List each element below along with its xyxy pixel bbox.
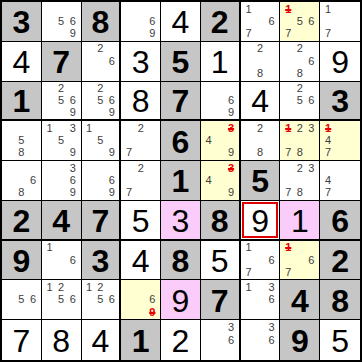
candidate-2: 2 — [254, 43, 266, 55]
candidate-8: 8 — [254, 67, 266, 79]
candidate-9: 9 — [106, 106, 117, 118]
solved-digit: 3 — [132, 46, 150, 78]
pencil-marks: 1359 — [42, 121, 81, 160]
cell-r5c9[interactable]: 47 — [320, 161, 360, 201]
candidate-7: 7 — [322, 147, 334, 159]
candidate-6: 6 — [27, 294, 39, 306]
solved-digit: 1 — [291, 205, 309, 237]
eliminated-candidate-1: 1 — [282, 122, 294, 134]
candidate-2: 2 — [55, 83, 67, 95]
cell-r5c1[interactable]: 68 — [2, 161, 42, 201]
pencil-marks: 2569 — [42, 82, 81, 120]
given-digit: 7 — [52, 46, 70, 78]
candidate-4: 4 — [322, 174, 334, 186]
cell-r4c5[interactable]: 6 — [161, 121, 201, 161]
pencil-marks: 1256 — [82, 280, 120, 319]
candidate-9: 9 — [67, 147, 79, 159]
pencil-marks: 136 — [241, 280, 280, 319]
candidate-6: 6 — [306, 94, 318, 106]
pencil-marks: 69 — [121, 2, 160, 41]
candidate-1: 1 — [44, 281, 56, 293]
candidate-6: 6 — [67, 174, 79, 186]
cell-r6c9[interactable]: 6 — [320, 201, 360, 241]
cell-r3c3[interactable]: 2569 — [82, 82, 122, 122]
given-digit: 1 — [12, 85, 30, 117]
given-digit: 8 — [92, 6, 110, 38]
candidate-9: 9 — [67, 106, 79, 118]
candidate-6: 6 — [67, 294, 79, 306]
given-digit: 6 — [172, 126, 190, 158]
candidate-1: 1 — [243, 242, 255, 254]
candidate-7: 7 — [322, 28, 334, 40]
candidate-5: 5 — [55, 294, 67, 306]
candidate-2: 2 — [95, 43, 106, 55]
solved-digit: 4 — [92, 325, 110, 357]
pencil-marks: 1567 — [280, 2, 319, 41]
cell-r2c9[interactable]: 9 — [320, 42, 360, 82]
candidate-7: 7 — [322, 187, 334, 199]
cell-r2c8[interactable]: 268 — [280, 42, 320, 82]
candidate-7: 7 — [123, 147, 135, 159]
cell-r7c8[interactable]: 167 — [280, 241, 320, 281]
cell-r5c4[interactable]: 27 — [121, 161, 161, 201]
given-digit: 4 — [52, 205, 70, 237]
candidate-6: 6 — [266, 334, 278, 347]
candidate-6: 6 — [266, 294, 278, 306]
candidate-6: 6 — [27, 174, 39, 186]
pencil-marks: 69 — [121, 280, 160, 319]
candidate-9: 9 — [225, 187, 236, 199]
pencil-marks: 17 — [320, 2, 360, 41]
cell-r8c9[interactable]: 8 — [320, 280, 360, 320]
candidate-1: 1 — [84, 122, 95, 134]
given-digit: 7 — [211, 285, 229, 317]
candidate-6: 6 — [306, 55, 318, 67]
cell-r2c2[interactable]: 7 — [42, 42, 82, 82]
cell-r5c2[interactable]: 369 — [42, 161, 82, 201]
solved-digit: 5 — [331, 325, 349, 357]
candidate-7: 7 — [282, 28, 294, 40]
candidate-4: 4 — [203, 174, 214, 186]
candidate-2: 2 — [55, 281, 67, 293]
candidate-6: 6 — [306, 15, 318, 27]
cell-r8c7[interactable]: 136 — [241, 280, 281, 320]
cell-r4c2[interactable]: 1359 — [42, 121, 82, 161]
pencil-marks: 68 — [2, 161, 41, 200]
cell-r4c8[interactable]: 12378 — [280, 121, 320, 161]
pencil-marks: 256 — [280, 82, 319, 120]
pencil-marks: 47 — [320, 161, 360, 200]
candidate-7: 7 — [282, 187, 294, 199]
cell-r2c3[interactable]: 26 — [82, 42, 122, 82]
given-digit: 3 — [12, 6, 30, 38]
eliminated-candidate-3: 3 — [225, 122, 236, 134]
cell-r8c6[interactable]: 7 — [201, 280, 241, 320]
cell-r8c8[interactable]: 4 — [280, 280, 320, 320]
solved-digit: 5 — [211, 245, 229, 277]
candidate-6: 6 — [147, 294, 159, 306]
cell-r5c6[interactable]: 349 — [201, 161, 241, 201]
given-digit: 7 — [92, 205, 110, 237]
cell-r9c5[interactable]: 2 — [161, 320, 201, 360]
cell-r8c3[interactable]: 1256 — [82, 280, 122, 320]
candidate-1: 1 — [243, 3, 255, 15]
candidate-6: 6 — [266, 15, 278, 27]
pencil-marks: 268 — [280, 42, 319, 81]
cell-r7c5[interactable]: 8 — [161, 241, 201, 281]
cell-r8c4[interactable]: 69 — [121, 280, 161, 320]
pencil-marks: 147 — [320, 121, 360, 160]
given-digit: 9 — [291, 325, 309, 357]
candidate-9: 9 — [106, 187, 117, 199]
pencil-marks: 28 — [241, 121, 280, 160]
eliminated-candidate-9: 9 — [147, 306, 159, 318]
cell-r6c2[interactable]: 4 — [42, 201, 82, 241]
candidate-7: 7 — [243, 28, 255, 40]
pencil-marks: 2378 — [280, 161, 319, 200]
pencil-marks: 12378 — [280, 121, 319, 160]
given-digit: 5 — [251, 165, 269, 197]
cell-r6c1[interactable]: 2 — [2, 201, 42, 241]
candidate-2: 2 — [294, 162, 306, 174]
solved-digit: 7 — [12, 325, 30, 357]
candidate-3: 3 — [266, 281, 278, 293]
candidate-8: 8 — [254, 147, 266, 159]
pencil-marks: 167 — [280, 241, 319, 280]
cell-r9c6[interactable]: 36 — [201, 320, 241, 360]
solved-digit: 8 — [52, 325, 70, 357]
cell-r6c4[interactable]: 5 — [121, 201, 161, 241]
cell-r3c6[interactable]: 69 — [201, 82, 241, 122]
pencil-marks: 69 — [82, 161, 120, 200]
candidate-6: 6 — [225, 334, 236, 347]
cell-r1c6[interactable]: 2 — [201, 2, 241, 42]
cell-r2c5[interactable]: 5 — [161, 42, 201, 82]
candidate-6: 6 — [147, 15, 159, 27]
candidate-1: 1 — [243, 281, 255, 293]
eliminated-candidate-1: 1 — [282, 3, 294, 15]
candidate-5: 5 — [55, 94, 67, 106]
candidate-3: 3 — [67, 162, 79, 174]
cell-r4c9[interactable]: 147 — [320, 121, 360, 161]
given-digit: 8 — [172, 245, 190, 277]
cell-r2c6[interactable]: 1 — [201, 42, 241, 82]
candidate-5: 5 — [294, 15, 306, 27]
candidate-5: 5 — [55, 135, 67, 147]
given-digit: 8 — [331, 285, 349, 317]
pencil-marks: 69 — [201, 82, 239, 120]
pencil-marks: 167 — [241, 241, 280, 280]
candidate-9: 9 — [225, 106, 236, 118]
candidate-6: 6 — [225, 94, 236, 106]
eliminated-candidate-1: 1 — [282, 242, 294, 254]
candidate-5: 5 — [95, 94, 106, 106]
cell-r7c9[interactable]: 2 — [320, 241, 360, 281]
pencil-marks: 167 — [241, 2, 280, 41]
pencil-marks: 27 — [121, 121, 160, 160]
cell-r4c1[interactable]: 58 — [2, 121, 42, 161]
solved-digit: 9 — [331, 46, 349, 78]
eliminated-candidate-3: 3 — [225, 162, 236, 174]
candidate-6: 6 — [67, 254, 79, 266]
pencil-marks: 58 — [2, 121, 41, 160]
pencil-marks: 27 — [121, 161, 160, 200]
candidate-3: 3 — [67, 122, 79, 134]
candidate-8: 8 — [16, 147, 28, 159]
eliminated-candidate-1: 1 — [322, 122, 334, 134]
pencil-marks: 36 — [241, 320, 280, 360]
cell-r8c1[interactable]: 56 — [2, 280, 42, 320]
candidate-3: 3 — [306, 122, 318, 134]
candidate-2: 2 — [135, 162, 147, 174]
pencil-marks: 16 — [42, 241, 81, 280]
candidate-3: 3 — [306, 162, 318, 174]
cell-r9c7[interactable]: 36 — [241, 320, 281, 360]
candidate-2: 2 — [254, 122, 266, 134]
given-digit: 3 — [331, 85, 349, 117]
cell-r4c4[interactable]: 27 — [121, 121, 161, 161]
cell-r4c6[interactable]: 349 — [201, 121, 241, 161]
sudoku-board: 3569869421671567174726351282689125692569… — [0, 0, 362, 362]
given-digit: 1 — [172, 165, 190, 197]
cell-r9c9[interactable]: 5 — [320, 320, 360, 360]
cell-r7c7[interactable]: 167 — [241, 241, 281, 281]
candidate-9: 9 — [225, 147, 236, 159]
given-digit: 7 — [172, 85, 190, 117]
candidate-5: 5 — [95, 294, 106, 306]
candidate-2: 2 — [95, 83, 106, 95]
candidate-2: 2 — [135, 122, 147, 134]
pencil-marks: 28 — [241, 42, 280, 81]
pencil-marks: 569 — [42, 2, 81, 41]
candidate-1: 1 — [322, 3, 334, 15]
cell-r9c3[interactable]: 4 — [82, 320, 122, 360]
solved-digit: 4 — [251, 85, 269, 117]
cell-r2c4[interactable]: 3 — [121, 42, 161, 82]
candidate-9: 9 — [147, 28, 159, 40]
solved-digit: 5 — [132, 205, 150, 237]
candidate-1: 1 — [44, 122, 56, 134]
cell-r7c2[interactable]: 16 — [42, 241, 82, 281]
cell-r6c5[interactable]: 3 — [161, 201, 201, 241]
cell-r3c1[interactable]: 1 — [2, 82, 42, 122]
candidate-6: 6 — [67, 94, 79, 106]
candidate-1: 1 — [84, 281, 95, 293]
cell-r4c3[interactable]: 159 — [82, 121, 122, 161]
cell-r5c7[interactable]: 5 — [241, 161, 281, 201]
pencil-marks: 349 — [201, 161, 239, 200]
pencil-marks: 56 — [2, 280, 41, 319]
given-digit: 6 — [331, 205, 349, 237]
cell-r6c7[interactable]: 9 — [241, 201, 281, 241]
candidate-9: 9 — [106, 147, 117, 159]
candidate-5: 5 — [55, 15, 67, 27]
cell-r5c3[interactable]: 69 — [82, 161, 122, 201]
pencil-marks: 26 — [82, 42, 120, 81]
candidate-3: 3 — [225, 321, 236, 334]
cell-r1c4[interactable]: 69 — [121, 2, 161, 42]
solved-digit: 4 — [132, 245, 150, 277]
cell-r1c9[interactable]: 17 — [320, 2, 360, 42]
given-digit: 1 — [132, 325, 150, 357]
cell-r3c8[interactable]: 256 — [280, 82, 320, 122]
cell-r9c8[interactable]: 9 — [280, 320, 320, 360]
given-digit: 5 — [172, 46, 190, 78]
candidate-8: 8 — [294, 187, 306, 199]
cell-r3c4[interactable]: 8 — [121, 82, 161, 122]
cell-r2c1[interactable]: 4 — [2, 42, 42, 82]
given-digit: 2 — [12, 205, 30, 237]
candidate-3: 3 — [266, 321, 278, 334]
cell-r3c9[interactable]: 3 — [320, 82, 360, 122]
candidate-4: 4 — [322, 135, 334, 147]
cell-r7c4[interactable]: 4 — [121, 241, 161, 281]
pencil-marks: 1256 — [42, 280, 81, 319]
candidate-6: 6 — [106, 294, 117, 306]
given-digit: 8 — [211, 205, 229, 237]
given-digit: 3 — [92, 245, 110, 277]
cell-r7c6[interactable]: 5 — [201, 241, 241, 281]
cell-r9c2[interactable]: 8 — [42, 320, 82, 360]
cell-r3c5[interactable]: 7 — [161, 82, 201, 122]
cell-r9c1[interactable]: 7 — [2, 320, 42, 360]
candidate-8: 8 — [16, 187, 28, 199]
solved-digit: 9 — [251, 205, 269, 237]
candidate-5: 5 — [294, 94, 306, 106]
cell-r8c2[interactable]: 1256 — [42, 280, 82, 320]
cell-r2c7[interactable]: 28 — [241, 42, 281, 82]
given-digit: 4 — [291, 285, 309, 317]
pencil-marks: 36 — [201, 320, 239, 360]
given-digit: 2 — [211, 6, 229, 38]
cell-r1c5[interactable]: 4 — [161, 2, 201, 42]
cell-r6c6[interactable]: 8 — [201, 201, 241, 241]
given-digit: 2 — [331, 245, 349, 277]
cell-r3c2[interactable]: 2569 — [42, 82, 82, 122]
solved-digit: 4 — [172, 6, 190, 38]
candidate-2: 2 — [294, 83, 306, 95]
candidate-9: 9 — [67, 28, 79, 40]
cell-r5c5[interactable]: 1 — [161, 161, 201, 201]
solved-digit: 8 — [132, 85, 150, 117]
pencil-marks: 159 — [82, 121, 120, 160]
candidate-7: 7 — [123, 187, 135, 199]
candidate-6: 6 — [106, 174, 117, 186]
cell-r5c8[interactable]: 2378 — [280, 161, 320, 201]
cell-r6c3[interactable]: 7 — [82, 201, 122, 241]
candidate-2: 2 — [294, 122, 306, 134]
candidate-7: 7 — [282, 266, 294, 278]
candidate-5: 5 — [95, 135, 106, 147]
cell-r4c7[interactable]: 28 — [241, 121, 281, 161]
candidate-9: 9 — [67, 187, 79, 199]
pencil-marks: 369 — [42, 161, 81, 200]
cell-r1c1[interactable]: 3 — [2, 2, 42, 42]
candidate-8: 8 — [294, 67, 306, 79]
pencil-marks: 349 — [201, 121, 239, 160]
candidate-7: 7 — [282, 147, 294, 159]
candidate-2: 2 — [95, 281, 106, 293]
cell-r1c2[interactable]: 569 — [42, 2, 82, 42]
candidate-6: 6 — [106, 94, 117, 106]
solved-digit: 4 — [12, 46, 30, 78]
candidate-6: 6 — [306, 254, 318, 266]
solved-digit: 1 — [211, 46, 229, 78]
candidate-8: 8 — [294, 147, 306, 159]
candidate-6: 6 — [67, 15, 79, 27]
given-digit: 9 — [12, 245, 30, 277]
candidate-7: 7 — [243, 266, 255, 278]
cell-r9c4[interactable]: 1 — [121, 320, 161, 360]
solved-digit: 2 — [172, 325, 190, 357]
cell-r1c8[interactable]: 1567 — [280, 2, 320, 42]
candidate-1: 1 — [44, 242, 56, 254]
candidate-6: 6 — [106, 55, 117, 67]
cell-r7c1[interactable]: 9 — [2, 241, 42, 281]
candidate-4: 4 — [203, 135, 214, 147]
cell-r6c8[interactable]: 1 — [280, 201, 320, 241]
cell-r3c7[interactable]: 4 — [241, 82, 281, 122]
candidate-6: 6 — [266, 254, 278, 266]
candidate-5: 5 — [16, 294, 28, 306]
candidate-2: 2 — [294, 43, 306, 55]
pencil-marks: 2569 — [82, 82, 120, 120]
candidate-5: 5 — [16, 135, 28, 147]
cell-r8c5[interactable]: 9 — [161, 280, 201, 320]
solved-digit: 9 — [172, 285, 190, 317]
cell-r7c3[interactable]: 3 — [82, 241, 122, 281]
cell-r1c3[interactable]: 8 — [82, 2, 122, 42]
solved-digit: 3 — [172, 205, 190, 237]
cell-r1c7[interactable]: 167 — [241, 2, 281, 42]
